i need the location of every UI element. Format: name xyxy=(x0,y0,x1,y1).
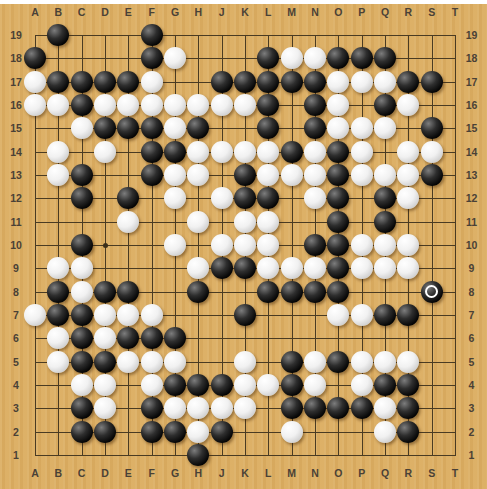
row-label-right: 14 xyxy=(466,146,478,158)
column-label-top: G xyxy=(171,6,179,18)
stone-black[interactable] xyxy=(327,211,349,233)
column-label-top: T xyxy=(452,6,458,18)
star-point xyxy=(103,243,108,248)
row-label-right: 11 xyxy=(466,216,477,228)
stone-black[interactable] xyxy=(327,257,349,279)
stone-black[interactable] xyxy=(257,94,279,116)
row-label-right: 18 xyxy=(466,52,478,64)
stone-black[interactable] xyxy=(71,71,93,93)
column-label-bottom: E xyxy=(125,467,132,479)
stone-white[interactable] xyxy=(257,374,279,396)
row-label-right: 9 xyxy=(469,262,475,274)
stone-white[interactable] xyxy=(304,187,326,209)
stone-white[interactable] xyxy=(327,117,349,139)
stone-white[interactable] xyxy=(234,94,256,116)
column-label-top: F xyxy=(148,6,154,18)
stone-white[interactable] xyxy=(117,94,139,116)
column-label-bottom: M xyxy=(287,467,296,479)
row-label-right: 17 xyxy=(466,76,478,88)
column-label-top: Q xyxy=(381,6,389,18)
grid-line-vertical xyxy=(432,35,433,456)
stone-white[interactable] xyxy=(304,164,326,186)
row-label-left: 5 xyxy=(13,356,19,368)
column-label-top: N xyxy=(311,6,319,18)
row-label-left: 13 xyxy=(10,169,22,181)
stone-white[interactable] xyxy=(94,374,116,396)
stone-white[interactable] xyxy=(141,351,163,373)
stone-white[interactable] xyxy=(164,397,186,419)
stone-black[interactable] xyxy=(71,94,93,116)
stone-black[interactable] xyxy=(117,327,139,349)
stone-white[interactable] xyxy=(234,234,256,256)
stone-white[interactable] xyxy=(141,94,163,116)
stone-white[interactable] xyxy=(304,351,326,373)
stone-white[interactable] xyxy=(94,141,116,163)
stone-white[interactable] xyxy=(24,304,46,326)
stone-white[interactable] xyxy=(164,187,186,209)
row-label-left: 18 xyxy=(10,52,22,64)
stone-white[interactable] xyxy=(374,257,396,279)
stone-black[interactable] xyxy=(164,327,186,349)
stone-white[interactable] xyxy=(211,397,233,419)
stone-black[interactable] xyxy=(351,47,373,69)
row-label-right: 2 xyxy=(469,426,475,438)
stone-white[interactable] xyxy=(187,421,209,443)
stone-black[interactable] xyxy=(257,187,279,209)
stone-black[interactable] xyxy=(304,71,326,93)
column-label-bottom: A xyxy=(31,467,39,479)
stone-white[interactable] xyxy=(141,374,163,396)
row-label-right: 1 xyxy=(469,449,475,461)
stone-black[interactable] xyxy=(234,164,256,186)
row-label-right: 5 xyxy=(469,356,475,368)
stone-white[interactable] xyxy=(47,141,69,163)
stone-black[interactable] xyxy=(397,374,419,396)
stone-black[interactable] xyxy=(141,421,163,443)
stone-white[interactable] xyxy=(327,94,349,116)
row-label-left: 9 xyxy=(13,262,19,274)
stone-white[interactable] xyxy=(47,327,69,349)
stone-black[interactable] xyxy=(187,374,209,396)
column-label-bottom: D xyxy=(101,467,109,479)
stone-white[interactable] xyxy=(374,234,396,256)
stone-black[interactable] xyxy=(117,117,139,139)
row-label-right: 7 xyxy=(469,309,475,321)
stone-white[interactable] xyxy=(397,141,419,163)
stone-black[interactable] xyxy=(71,234,93,256)
stone-black[interactable] xyxy=(351,397,373,419)
stone-black[interactable] xyxy=(71,397,93,419)
stone-black[interactable] xyxy=(281,351,303,373)
stone-black[interactable] xyxy=(117,71,139,93)
column-label-top: H xyxy=(195,6,203,18)
stone-black[interactable] xyxy=(397,397,419,419)
stone-black[interactable] xyxy=(281,397,303,419)
stone-white[interactable] xyxy=(351,164,373,186)
stone-white[interactable] xyxy=(164,234,186,256)
column-label-top: B xyxy=(55,6,63,18)
row-label-left: 15 xyxy=(10,122,22,134)
stone-white[interactable] xyxy=(374,351,396,373)
column-label-top: S xyxy=(428,6,435,18)
stone-white[interactable] xyxy=(421,141,443,163)
stone-black[interactable] xyxy=(234,257,256,279)
row-label-left: 12 xyxy=(10,192,22,204)
stone-black[interactable] xyxy=(47,281,69,303)
column-label-bottom: N xyxy=(311,467,319,479)
column-label-top: C xyxy=(78,6,86,18)
stone-black[interactable] xyxy=(141,141,163,163)
stone-black[interactable] xyxy=(327,141,349,163)
stone-white[interactable] xyxy=(397,187,419,209)
stone-white[interactable] xyxy=(234,374,256,396)
stone-white[interactable] xyxy=(351,351,373,373)
stone-black[interactable] xyxy=(47,71,69,93)
stone-white[interactable] xyxy=(304,47,326,69)
stone-white[interactable] xyxy=(351,117,373,139)
stone-black[interactable] xyxy=(327,164,349,186)
stone-white[interactable] xyxy=(234,397,256,419)
row-label-left: 17 xyxy=(10,76,22,88)
row-label-left: 10 xyxy=(10,239,22,251)
stone-black[interactable] xyxy=(281,281,303,303)
stone-black[interactable] xyxy=(304,281,326,303)
stone-white[interactable] xyxy=(71,117,93,139)
column-label-bottom: O xyxy=(334,467,342,479)
stone-white[interactable] xyxy=(117,304,139,326)
stone-white[interactable] xyxy=(71,281,93,303)
stone-black[interactable] xyxy=(187,444,209,466)
stone-white[interactable] xyxy=(211,234,233,256)
row-label-right: 19 xyxy=(466,29,478,41)
row-label-left: 6 xyxy=(13,332,19,344)
row-label-right: 4 xyxy=(469,379,475,391)
column-label-bottom: K xyxy=(241,467,249,479)
stone-black[interactable] xyxy=(211,257,233,279)
stone-black[interactable] xyxy=(257,71,279,93)
stone-white[interactable] xyxy=(327,304,349,326)
column-label-bottom: B xyxy=(55,467,63,479)
column-label-top: J xyxy=(219,6,225,18)
stone-black[interactable] xyxy=(94,71,116,93)
stone-white[interactable] xyxy=(351,304,373,326)
stone-black[interactable] xyxy=(374,187,396,209)
stone-white[interactable] xyxy=(257,257,279,279)
stone-white[interactable] xyxy=(281,421,303,443)
stone-black[interactable] xyxy=(421,117,443,139)
stone-black[interactable] xyxy=(374,304,396,326)
stone-white[interactable] xyxy=(211,187,233,209)
stone-white[interactable] xyxy=(164,94,186,116)
row-label-right: 13 xyxy=(466,169,478,181)
stone-black[interactable] xyxy=(71,351,93,373)
stone-white[interactable] xyxy=(304,374,326,396)
column-label-bottom: C xyxy=(78,467,86,479)
stone-white[interactable] xyxy=(164,164,186,186)
stone-white[interactable] xyxy=(24,94,46,116)
stone-black[interactable] xyxy=(304,397,326,419)
stone-white[interactable] xyxy=(211,94,233,116)
column-label-top: M xyxy=(287,6,296,18)
column-label-bottom: R xyxy=(405,467,413,479)
column-label-top: A xyxy=(31,6,39,18)
stone-black[interactable] xyxy=(257,117,279,139)
stone-black[interactable] xyxy=(47,304,69,326)
stone-black[interactable] xyxy=(397,421,419,443)
stone-white[interactable] xyxy=(397,351,419,373)
stone-white[interactable] xyxy=(327,71,349,93)
stone-white[interactable] xyxy=(234,211,256,233)
row-label-right: 12 xyxy=(466,192,478,204)
row-label-left: 1 xyxy=(13,449,19,461)
column-label-bottom: H xyxy=(195,467,203,479)
stone-black[interactable] xyxy=(71,327,93,349)
stone-black[interactable] xyxy=(304,94,326,116)
row-label-right: 15 xyxy=(466,122,478,134)
column-label-top: O xyxy=(334,6,342,18)
stone-black[interactable] xyxy=(211,374,233,396)
stone-black[interactable] xyxy=(281,71,303,93)
stone-black[interactable] xyxy=(327,397,349,419)
column-label-bottom: T xyxy=(452,467,458,479)
stone-white[interactable] xyxy=(281,47,303,69)
column-label-bottom: P xyxy=(358,467,365,479)
stone-black[interactable] xyxy=(211,71,233,93)
column-label-bottom: G xyxy=(171,467,179,479)
stone-white[interactable] xyxy=(187,94,209,116)
stone-white[interactable] xyxy=(281,164,303,186)
stone-white[interactable] xyxy=(94,327,116,349)
stone-white[interactable] xyxy=(234,351,256,373)
stone-white[interactable] xyxy=(374,164,396,186)
stone-black[interactable] xyxy=(327,234,349,256)
stone-black[interactable] xyxy=(374,211,396,233)
row-label-right: 16 xyxy=(466,99,478,111)
stone-white[interactable] xyxy=(164,117,186,139)
stone-black[interactable] xyxy=(281,141,303,163)
stone-black[interactable] xyxy=(141,47,163,69)
stone-white[interactable] xyxy=(47,351,69,373)
stone-black[interactable] xyxy=(327,281,349,303)
stone-black[interactable] xyxy=(141,24,163,46)
stone-black[interactable] xyxy=(94,421,116,443)
stone-black[interactable] xyxy=(421,281,443,303)
column-label-bottom: J xyxy=(219,467,225,479)
stone-white[interactable] xyxy=(351,71,373,93)
go-board[interactable]: AABBCCDDEEFFGGHHJJKKLLMMNNOOPPQQRRSSTT19… xyxy=(0,4,487,489)
stone-white[interactable] xyxy=(351,374,373,396)
row-label-left: 16 xyxy=(10,99,22,111)
column-label-bottom: F xyxy=(148,467,154,479)
stone-white[interactable] xyxy=(257,211,279,233)
row-label-left: 11 xyxy=(10,216,21,228)
stone-white[interactable] xyxy=(24,71,46,93)
column-label-bottom: Q xyxy=(381,467,389,479)
stone-black[interactable] xyxy=(71,187,93,209)
stone-white[interactable] xyxy=(94,94,116,116)
stone-white[interactable] xyxy=(187,211,209,233)
go-app: AABBCCDDEEFFGGHHJJKKLLMMNNOOPPQQRRSSTT19… xyxy=(0,0,487,489)
column-label-top: K xyxy=(241,6,249,18)
stone-black[interactable] xyxy=(234,71,256,93)
stone-black[interactable] xyxy=(374,94,396,116)
stone-white[interactable] xyxy=(187,257,209,279)
stone-black[interactable] xyxy=(164,421,186,443)
stone-black[interactable] xyxy=(374,47,396,69)
stone-white[interactable] xyxy=(374,397,396,419)
stone-black[interactable] xyxy=(211,421,233,443)
column-label-top: E xyxy=(125,6,132,18)
stone-black[interactable] xyxy=(94,117,116,139)
stone-white[interactable] xyxy=(351,234,373,256)
stone-white[interactable] xyxy=(234,141,256,163)
stone-white[interactable] xyxy=(187,164,209,186)
stone-black[interactable] xyxy=(327,351,349,373)
stone-white[interactable] xyxy=(187,141,209,163)
stone-black[interactable] xyxy=(421,164,443,186)
stone-black[interactable] xyxy=(117,281,139,303)
stone-black[interactable] xyxy=(141,117,163,139)
stone-white[interactable] xyxy=(351,141,373,163)
stone-black[interactable] xyxy=(71,304,93,326)
column-label-top: R xyxy=(405,6,413,18)
stone-white[interactable] xyxy=(374,117,396,139)
stone-black[interactable] xyxy=(187,117,209,139)
stone-black[interactable] xyxy=(24,47,46,69)
stone-black[interactable] xyxy=(94,281,116,303)
stone-white[interactable] xyxy=(351,257,373,279)
row-label-right: 8 xyxy=(469,286,475,298)
stone-black[interactable] xyxy=(327,47,349,69)
stone-white[interactable] xyxy=(164,351,186,373)
row-label-left: 4 xyxy=(13,379,19,391)
stone-black[interactable] xyxy=(141,327,163,349)
stone-black[interactable] xyxy=(117,187,139,209)
stone-white[interactable] xyxy=(281,257,303,279)
column-label-bottom: S xyxy=(428,467,435,479)
row-label-right: 3 xyxy=(469,402,475,414)
stone-black[interactable] xyxy=(234,187,256,209)
row-label-right: 6 xyxy=(469,332,475,344)
stone-white[interactable] xyxy=(397,94,419,116)
row-label-left: 2 xyxy=(13,426,19,438)
row-label-left: 3 xyxy=(13,402,19,414)
column-label-bottom: L xyxy=(265,467,271,479)
stone-white[interactable] xyxy=(397,234,419,256)
stone-white[interactable] xyxy=(47,94,69,116)
stone-white[interactable] xyxy=(71,374,93,396)
stone-white[interactable] xyxy=(397,164,419,186)
stone-white[interactable] xyxy=(304,257,326,279)
grid-line-horizontal xyxy=(35,455,456,456)
stone-white[interactable] xyxy=(257,141,279,163)
stone-white[interactable] xyxy=(397,257,419,279)
stone-white[interactable] xyxy=(117,351,139,373)
column-label-top: L xyxy=(265,6,271,18)
stone-black[interactable] xyxy=(281,374,303,396)
stone-black[interactable] xyxy=(234,304,256,326)
stone-black[interactable] xyxy=(327,187,349,209)
stone-black[interactable] xyxy=(141,164,163,186)
stone-black[interactable] xyxy=(71,421,93,443)
stone-black[interactable] xyxy=(374,374,396,396)
stone-black[interactable] xyxy=(94,351,116,373)
stone-black[interactable] xyxy=(304,234,326,256)
row-label-left: 19 xyxy=(10,29,22,41)
stone-white[interactable] xyxy=(257,164,279,186)
stone-black[interactable] xyxy=(397,304,419,326)
stone-black[interactable] xyxy=(164,141,186,163)
stone-white[interactable] xyxy=(304,141,326,163)
stone-black[interactable] xyxy=(47,24,69,46)
stone-black[interactable] xyxy=(421,71,443,93)
stone-black[interactable] xyxy=(397,71,419,93)
row-label-left: 14 xyxy=(10,146,22,158)
row-label-left: 8 xyxy=(13,286,19,298)
stone-black[interactable] xyxy=(141,397,163,419)
stone-black[interactable] xyxy=(257,47,279,69)
stone-white[interactable] xyxy=(71,257,93,279)
stone-black[interactable] xyxy=(164,374,186,396)
stone-black[interactable] xyxy=(304,117,326,139)
stone-white[interactable] xyxy=(374,421,396,443)
stone-white[interactable] xyxy=(94,397,116,419)
stone-black[interactable] xyxy=(257,281,279,303)
column-label-top: P xyxy=(358,6,365,18)
stone-white[interactable] xyxy=(117,211,139,233)
row-label-left: 7 xyxy=(13,309,19,321)
stone-white[interactable] xyxy=(47,164,69,186)
stone-white[interactable] xyxy=(141,71,163,93)
stone-white[interactable] xyxy=(94,304,116,326)
stone-black[interactable] xyxy=(187,281,209,303)
grid-line-vertical xyxy=(455,35,456,456)
stone-white[interactable] xyxy=(187,397,209,419)
stone-white[interactable] xyxy=(257,234,279,256)
stone-white[interactable] xyxy=(141,304,163,326)
row-label-right: 10 xyxy=(466,239,478,251)
column-label-top: D xyxy=(101,6,109,18)
stone-white[interactable] xyxy=(211,141,233,163)
stone-black[interactable] xyxy=(71,164,93,186)
stone-white[interactable] xyxy=(47,257,69,279)
stone-white[interactable] xyxy=(164,47,186,69)
last-move-marker xyxy=(425,285,438,298)
stone-white[interactable] xyxy=(374,71,396,93)
